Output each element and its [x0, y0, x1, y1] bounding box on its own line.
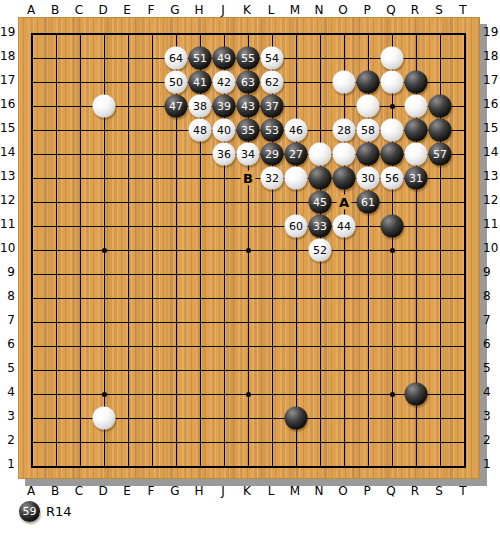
row-label-left: 19 [0, 25, 15, 39]
stone-number: 33 [313, 221, 327, 232]
stone-white [405, 95, 428, 118]
caption: 59 R14 [19, 500, 72, 523]
stone-white: 58 [357, 119, 380, 142]
row-label-left: 9 [0, 265, 15, 279]
col-label-top: R [411, 3, 419, 17]
stone-white [93, 407, 116, 430]
stone-black: 33 [309, 215, 332, 238]
stone-white [381, 119, 404, 142]
star-point [246, 392, 251, 397]
row-label-left: 6 [0, 337, 15, 351]
stone-black [429, 95, 452, 118]
stone-number: 53 [265, 125, 279, 136]
stone-black: 47 [165, 95, 188, 118]
stone-number: 51 [193, 53, 207, 64]
stone-black [309, 167, 332, 190]
stone-white: 60 [285, 215, 308, 238]
stone-black [333, 167, 356, 190]
stone-white: 48 [189, 119, 212, 142]
stone-black: 51 [189, 47, 212, 70]
stone-number: 56 [385, 173, 399, 184]
stone-black: 61 [357, 191, 380, 214]
row-label-left: 12 [0, 193, 15, 207]
stone-white: 34 [237, 143, 260, 166]
stone-black: 35 [237, 119, 260, 142]
goban[interactable]: 6451495554504142636247383943374840355346… [18, 17, 480, 479]
row-label-right: 18 [483, 49, 498, 63]
row-label-right: 13 [483, 169, 498, 183]
stone-black: 39 [213, 95, 236, 118]
col-label-bottom: A [27, 484, 35, 498]
stone-number: 47 [169, 101, 183, 112]
row-label-right: 9 [483, 265, 498, 279]
col-label-top: T [459, 3, 466, 17]
star-point [102, 248, 107, 253]
row-label-left: 1 [0, 457, 15, 471]
col-label-top: F [148, 3, 155, 17]
stone-number: 43 [241, 101, 255, 112]
row-label-right: 4 [483, 385, 498, 399]
col-label-top: A [27, 3, 35, 17]
stone-white [93, 95, 116, 118]
stone-white: 30 [357, 167, 380, 190]
col-label-bottom: D [98, 484, 107, 498]
stone-number: 37 [265, 101, 279, 112]
row-label-right: 17 [483, 73, 498, 87]
stone-number: 63 [241, 77, 255, 88]
stone-white: 42 [213, 71, 236, 94]
row-label-left: 3 [0, 409, 15, 423]
col-label-bottom: T [459, 484, 466, 498]
row-label-left: 16 [0, 97, 15, 111]
star-point [390, 104, 395, 109]
stone-black: 49 [213, 47, 236, 70]
col-label-bottom: L [268, 484, 275, 498]
row-label-left: 8 [0, 289, 15, 303]
stone-number: 30 [361, 173, 375, 184]
col-label-bottom: R [411, 484, 419, 498]
col-label-bottom: M [290, 484, 300, 498]
stone-number: 31 [409, 173, 423, 184]
stone-white: 56 [381, 167, 404, 190]
stone-number: 52 [313, 245, 327, 256]
stone-white: 50 [165, 71, 188, 94]
stone-number: 48 [193, 125, 207, 136]
stone-white: 44 [333, 215, 356, 238]
stone-black [381, 215, 404, 238]
row-label-right: 10 [483, 241, 498, 255]
row-label-right: 5 [483, 361, 498, 375]
col-label-bottom: N [315, 484, 324, 498]
col-label-bottom: B [51, 484, 59, 498]
col-label-top: N [315, 3, 324, 17]
stone-white: 46 [285, 119, 308, 142]
stone-black: 31 [405, 167, 428, 190]
stone-white [309, 143, 332, 166]
col-label-bottom: G [170, 484, 179, 498]
stone-number: 36 [217, 149, 231, 160]
stone-number: 50 [169, 77, 183, 88]
stone-white: 28 [333, 119, 356, 142]
stone-white [405, 143, 428, 166]
stone-black [405, 119, 428, 142]
stone-number: 49 [217, 53, 231, 64]
star-point [102, 392, 107, 397]
board-mark-a: A [337, 195, 352, 210]
stone-black: 45 [309, 191, 332, 214]
row-label-right: 2 [483, 433, 498, 447]
stone-white [333, 143, 356, 166]
stone-number: 60 [289, 221, 303, 232]
stone-number: 55 [241, 53, 255, 64]
row-label-right: 11 [483, 217, 498, 231]
row-label-left: 17 [0, 73, 15, 87]
stone-black: 57 [429, 143, 452, 166]
kifu-diagram: 6451495554504142636247383943374840355346… [0, 0, 500, 537]
col-label-top: K [243, 3, 251, 17]
col-label-top: O [338, 3, 347, 17]
star-point [390, 392, 395, 397]
stone-white [381, 47, 404, 70]
stone-black: 41 [189, 71, 212, 94]
stone-number: 44 [337, 221, 351, 232]
stone-number: 32 [265, 173, 279, 184]
col-label-bottom: P [363, 484, 370, 498]
col-label-bottom: J [221, 484, 225, 498]
stone-number: 61 [361, 197, 375, 208]
stone-number: 58 [361, 125, 375, 136]
col-label-top: S [435, 3, 443, 17]
stone-number: 57 [433, 149, 447, 160]
stone-number: 41 [193, 77, 207, 88]
col-label-top: C [75, 3, 83, 17]
row-label-left: 4 [0, 385, 15, 399]
stone-number: 54 [265, 53, 279, 64]
row-label-left: 11 [0, 217, 15, 231]
caption-location: R14 [44, 504, 72, 519]
row-label-right: 7 [483, 313, 498, 327]
stone-number: 27 [289, 149, 303, 160]
stone-black [285, 407, 308, 430]
stone-number: 62 [265, 77, 279, 88]
star-point [390, 248, 395, 253]
stone-white: 40 [213, 119, 236, 142]
caption-stone-black: 59 [19, 501, 40, 522]
row-label-left: 7 [0, 313, 15, 327]
col-label-top: B [51, 3, 59, 17]
row-label-left: 13 [0, 169, 15, 183]
row-label-left: 14 [0, 145, 15, 159]
row-label-right: 14 [483, 145, 498, 159]
stone-white: 38 [189, 95, 212, 118]
stone-black: 27 [285, 143, 308, 166]
col-label-bottom: C [75, 484, 83, 498]
board-mark-b: B [241, 171, 256, 186]
stone-black: 29 [261, 143, 284, 166]
col-label-top: D [98, 3, 107, 17]
stone-black: 53 [261, 119, 284, 142]
stone-number: 45 [313, 197, 327, 208]
stone-number: 42 [217, 77, 231, 88]
row-label-right: 16 [483, 97, 498, 111]
stone-black: 63 [237, 71, 260, 94]
stone-number: 40 [217, 125, 231, 136]
stone-black [381, 143, 404, 166]
stone-white: 36 [213, 143, 236, 166]
col-label-bottom: H [194, 484, 203, 498]
row-label-right: 3 [483, 409, 498, 423]
row-label-left: 10 [0, 241, 15, 255]
col-label-bottom: K [243, 484, 251, 498]
col-label-top: J [221, 3, 225, 17]
stone-number: 35 [241, 125, 255, 136]
row-label-right: 8 [483, 289, 498, 303]
col-label-bottom: S [435, 484, 443, 498]
stone-black [405, 383, 428, 406]
stone-black: 37 [261, 95, 284, 118]
stone-white [357, 95, 380, 118]
row-label-right: 1 [483, 457, 498, 471]
row-label-left: 2 [0, 433, 15, 447]
row-label-left: 18 [0, 49, 15, 63]
stone-number: 28 [337, 125, 351, 136]
col-label-top: E [123, 3, 131, 17]
stone-number: 34 [241, 149, 255, 160]
stone-white: 62 [261, 71, 284, 94]
col-label-top: P [363, 3, 370, 17]
stone-black: 43 [237, 95, 260, 118]
col-label-top: L [268, 3, 275, 17]
row-label-left: 15 [0, 121, 15, 135]
stone-white: 32 [261, 167, 284, 190]
stone-white [333, 71, 356, 94]
col-label-bottom: O [338, 484, 347, 498]
stone-number: 39 [217, 101, 231, 112]
col-label-bottom: Q [386, 484, 395, 498]
col-label-top: H [194, 3, 203, 17]
col-label-bottom: F [148, 484, 155, 498]
stone-black [405, 71, 428, 94]
stone-number: 46 [289, 125, 303, 136]
stone-black [429, 119, 452, 142]
stone-number: 29 [265, 149, 279, 160]
stone-white: 54 [261, 47, 284, 70]
stone-number: 38 [193, 101, 207, 112]
stone-white: 52 [309, 239, 332, 262]
row-label-right: 15 [483, 121, 498, 135]
row-label-right: 19 [483, 25, 498, 39]
caption-move-number: 59 [23, 506, 37, 517]
col-label-top: M [290, 3, 300, 17]
col-label-bottom: E [123, 484, 131, 498]
row-label-right: 6 [483, 337, 498, 351]
stone-white: 64 [165, 47, 188, 70]
row-label-left: 5 [0, 361, 15, 375]
stone-number: 64 [169, 53, 183, 64]
stone-white [285, 167, 308, 190]
row-label-right: 12 [483, 193, 498, 207]
stone-white [381, 71, 404, 94]
star-point [246, 248, 251, 253]
col-label-top: G [170, 3, 179, 17]
col-label-top: Q [386, 3, 395, 17]
stone-black [357, 71, 380, 94]
stone-black: 55 [237, 47, 260, 70]
stone-black [357, 143, 380, 166]
